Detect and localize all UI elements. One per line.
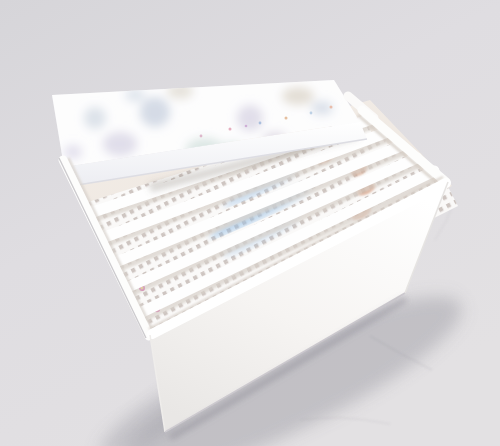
- photo-stage: [0, 0, 500, 446]
- photo-canvas: [0, 0, 500, 446]
